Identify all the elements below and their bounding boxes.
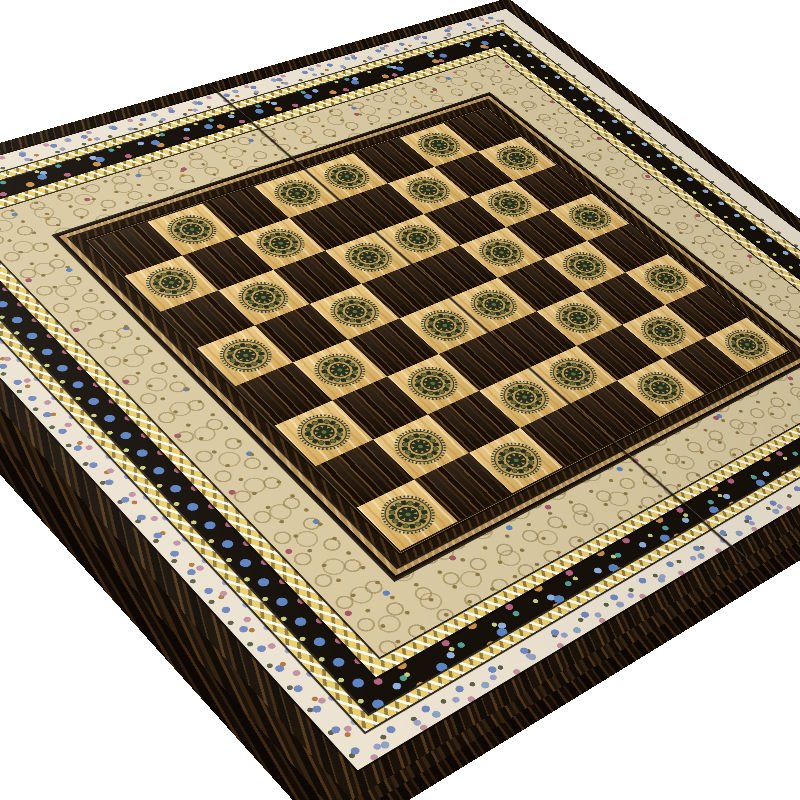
photo-canvas [0, 0, 800, 800]
board-face [0, 0, 800, 800]
